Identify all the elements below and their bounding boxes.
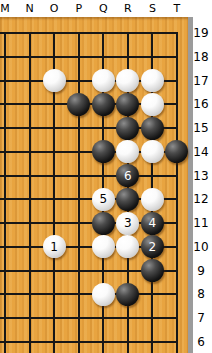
stone-white-O17 <box>43 69 66 92</box>
column-label-R: R <box>116 1 140 16</box>
row-label-15: 15 <box>190 120 212 136</box>
stone-white-O10: 1 <box>43 235 66 258</box>
row-label-12: 12 <box>190 191 212 207</box>
stone-black-P16 <box>67 93 90 116</box>
stone-white-Q12: 5 <box>92 188 115 211</box>
row-label-19: 19 <box>190 25 212 41</box>
row-label-6: 6 <box>190 334 212 350</box>
row-label-10: 10 <box>190 239 212 255</box>
row-label-18: 18 <box>190 49 212 65</box>
stone-white-S12 <box>141 188 164 211</box>
board-edge-shadow <box>188 17 193 353</box>
column-label-P: P <box>67 1 91 16</box>
stone-black-S9 <box>141 259 164 282</box>
stone-black-S10: 2 <box>141 235 164 258</box>
row-label-8: 8 <box>190 286 212 302</box>
stone-black-R15 <box>116 117 139 140</box>
move-number-label: 6 <box>116 164 139 187</box>
stone-white-R11: 3 <box>116 212 139 235</box>
go-diagram: MNOPQRST 191817161514131211109876 653412 <box>0 0 212 353</box>
row-label-16: 16 <box>190 96 212 112</box>
stone-black-S11: 4 <box>141 212 164 235</box>
row-label-14: 14 <box>190 144 212 160</box>
grid-line-row-7 <box>0 317 178 319</box>
stone-black-R13: 6 <box>116 164 139 187</box>
move-number-label: 1 <box>43 235 66 258</box>
row-label-9: 9 <box>190 263 212 279</box>
grid-line-row-18 <box>0 56 178 58</box>
column-label-Q: Q <box>91 1 115 16</box>
move-number-label: 4 <box>141 212 164 235</box>
column-label-N: N <box>18 1 42 16</box>
row-label-7: 7 <box>190 310 212 326</box>
column-label-M: M <box>0 1 17 16</box>
stone-black-Q11 <box>92 212 115 235</box>
stone-white-S17 <box>141 69 164 92</box>
grid-line-row-6 <box>0 341 178 343</box>
move-number-label: 2 <box>141 235 164 258</box>
row-label-17: 17 <box>190 73 212 89</box>
go-board <box>0 17 188 353</box>
stone-white-Q17 <box>92 69 115 92</box>
column-label-T: T <box>165 1 189 16</box>
stone-black-Q16 <box>92 93 115 116</box>
grid-line-row-19 <box>0 32 178 34</box>
move-number-label: 3 <box>116 212 139 235</box>
row-label-13: 13 <box>190 168 212 184</box>
stone-black-S15 <box>141 117 164 140</box>
stone-white-S16 <box>141 93 164 116</box>
column-label-S: S <box>140 1 164 16</box>
row-label-11: 11 <box>190 215 212 231</box>
stone-black-R16 <box>116 93 139 116</box>
column-label-O: O <box>42 1 66 16</box>
move-number-label: 5 <box>92 188 115 211</box>
grid-line-row-8 <box>0 293 178 295</box>
grid-line-row-13 <box>0 175 178 177</box>
stone-white-Q8 <box>92 283 115 306</box>
stone-black-Q14 <box>92 140 115 163</box>
